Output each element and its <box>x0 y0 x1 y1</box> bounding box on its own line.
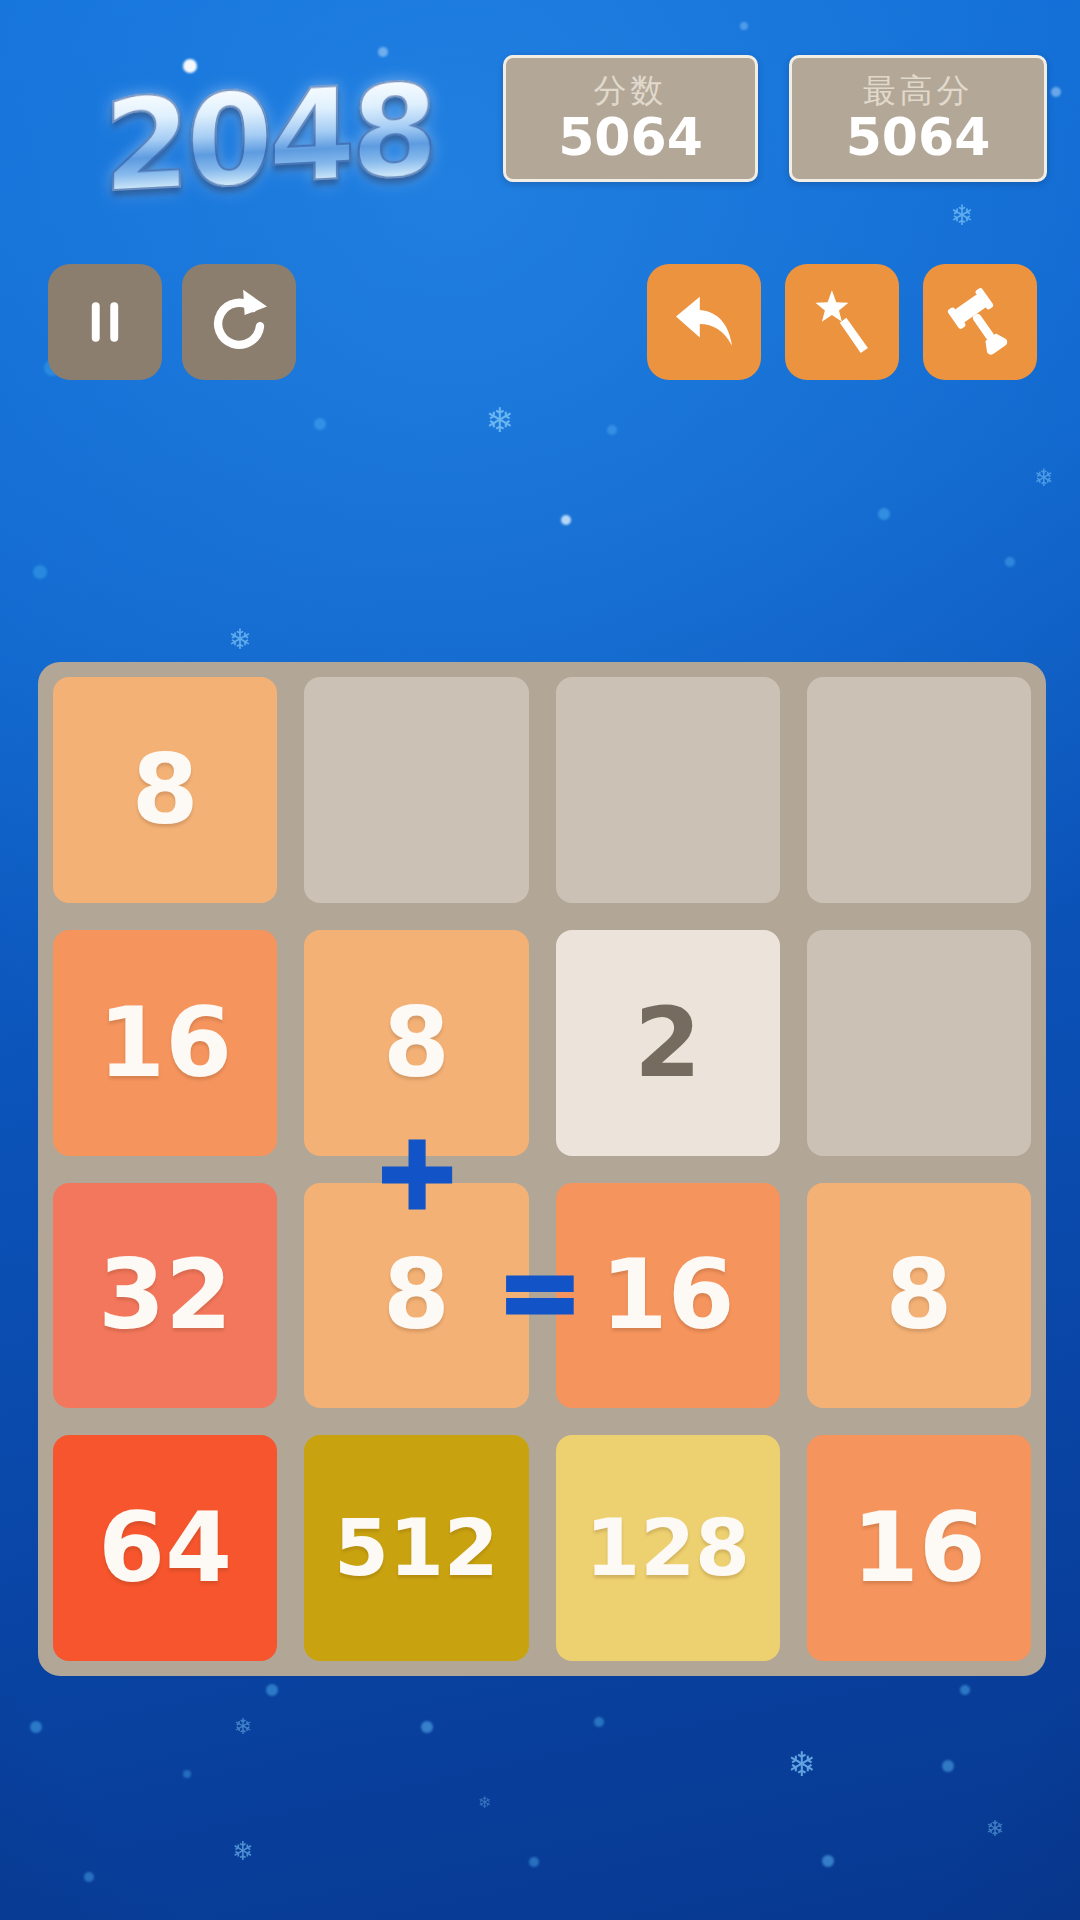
best-score-value: 5064 <box>846 111 991 163</box>
snow-dot <box>529 1857 539 1867</box>
tile-16: 16 <box>807 1435 1031 1661</box>
snow-dot <box>266 1684 278 1696</box>
snow-dot <box>960 1685 970 1695</box>
best-score-box: 最高分 5064 <box>789 55 1047 182</box>
score-box: 分数 5064 <box>503 55 758 182</box>
hammer-button[interactable] <box>923 264 1037 380</box>
snow-dot <box>594 1717 604 1727</box>
tile-128: 128 <box>556 1435 780 1661</box>
tile-8: 8 <box>53 677 277 903</box>
snow-dot <box>378 47 388 57</box>
tile-8: 8 <box>807 1183 1031 1409</box>
snow-dot <box>314 418 326 430</box>
pause-icon <box>72 289 138 355</box>
empty-cell <box>807 930 1031 1156</box>
hammer-icon <box>944 286 1016 358</box>
tile-64: 64 <box>53 1435 277 1661</box>
equals-hint-icon: = <box>498 1242 582 1342</box>
snow-dot <box>561 515 571 525</box>
snow-dot <box>942 1760 954 1772</box>
snowflake-icon: ❄ <box>486 403 515 437</box>
empty-cell <box>556 677 780 903</box>
snow-dot <box>183 1770 191 1778</box>
undo-button[interactable] <box>647 264 761 380</box>
tile-32: 32 <box>53 1183 277 1409</box>
tile-16: 16 <box>53 930 277 1156</box>
logo-text: 2048 <box>103 67 433 210</box>
snow-dot <box>33 565 47 579</box>
snowflake-icon: ❄ <box>228 626 251 654</box>
best-score-label: 最高分 <box>863 74 974 107</box>
snow-dot <box>607 425 617 435</box>
snowflake-icon: ❄ <box>950 202 973 230</box>
magic-wand-icon <box>806 286 878 358</box>
pause-button[interactable] <box>48 264 162 380</box>
board-grid[interactable]: 816823281686451212816 <box>38 662 1046 1676</box>
app-logo: 2048 <box>78 64 458 214</box>
snow-dot <box>421 1721 433 1733</box>
snow-dot <box>740 22 748 30</box>
snowflake-icon: ❄ <box>788 1747 817 1781</box>
snow-dot <box>1051 87 1061 97</box>
score-label: 分数 <box>594 74 668 107</box>
undo-arrow-icon <box>669 287 739 357</box>
tile-2: 2 <box>556 930 780 1156</box>
snowflake-icon: ❄ <box>1034 466 1054 490</box>
tile-16: 16 <box>556 1183 780 1409</box>
snow-dot <box>1005 557 1015 567</box>
magic-wand-button[interactable] <box>785 264 899 380</box>
tile-512: 512 <box>304 1435 528 1661</box>
snow-dot <box>30 1721 42 1733</box>
snow-dot <box>878 508 890 520</box>
snowflake-icon: ❄ <box>234 1716 252 1738</box>
restart-icon <box>204 287 274 357</box>
plus-hint-icon: + <box>373 1119 460 1223</box>
score-value: 5064 <box>558 111 703 163</box>
restart-button[interactable] <box>182 264 296 380</box>
snowflake-icon: ❄ <box>478 1795 491 1811</box>
empty-cell <box>807 677 1031 903</box>
snowflake-icon: ❄ <box>232 1838 254 1864</box>
game-screen: ❄❄❄❄❄❄❄❄❄❄ 2048 分数 5064 最高分 5064 <box>0 0 1080 1920</box>
snow-dot <box>84 1872 94 1882</box>
snow-dot <box>822 1855 834 1867</box>
empty-cell <box>304 677 528 903</box>
snowflake-icon: ❄ <box>986 1818 1004 1840</box>
